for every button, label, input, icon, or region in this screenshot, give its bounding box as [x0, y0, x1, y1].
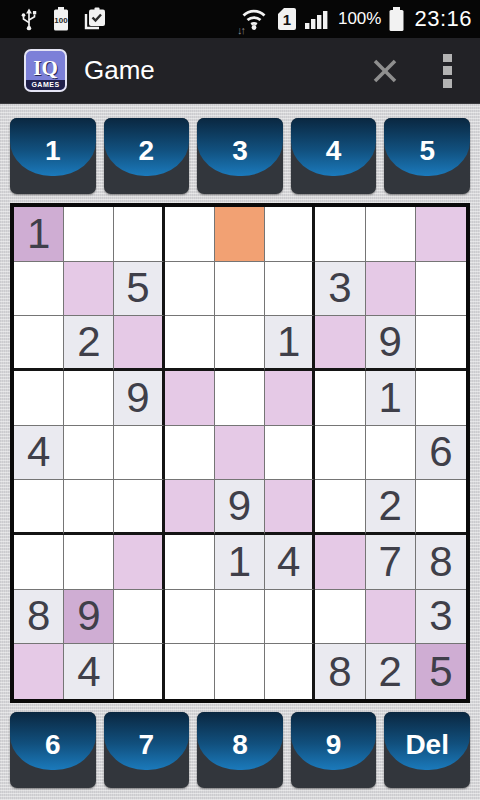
- cell-r3c3[interactable]: [114, 316, 164, 371]
- cell-r5c2[interactable]: [64, 426, 114, 481]
- cell-r2c6[interactable]: [265, 262, 315, 317]
- cell-r2c5[interactable]: [215, 262, 265, 317]
- key-label: 1: [10, 118, 96, 194]
- cell-r9c6[interactable]: [265, 644, 315, 699]
- cell-r9c5[interactable]: [215, 644, 265, 699]
- cell-r3c8[interactable]: 9: [366, 316, 416, 371]
- battery-icon: [388, 6, 405, 32]
- cell-r5c6[interactable]: [265, 426, 315, 481]
- status-right-group: ↓↑ 1 100%: [239, 5, 472, 33]
- cell-r1c8[interactable]: [366, 207, 416, 262]
- logo-games-label: GAMES: [26, 80, 65, 90]
- key-label: 7: [104, 712, 190, 788]
- key-8[interactable]: 8: [197, 712, 283, 788]
- cell-r9c3[interactable]: [114, 644, 164, 699]
- cell-r5c4[interactable]: [165, 426, 215, 481]
- cell-r1c2[interactable]: [64, 207, 114, 262]
- cell-r6c4[interactable]: [165, 480, 215, 535]
- cell-r5c7[interactable]: [315, 426, 365, 481]
- logo-iq-label: IQ: [33, 56, 58, 80]
- key-4[interactable]: 4: [291, 118, 377, 194]
- key-9[interactable]: 9: [291, 712, 377, 788]
- cell-r4c4[interactable]: [165, 371, 215, 426]
- cell-r5c8[interactable]: [366, 426, 416, 481]
- cell-r9c4[interactable]: [165, 644, 215, 699]
- key-1[interactable]: 1: [10, 118, 96, 194]
- cell-r4c8[interactable]: 1: [366, 371, 416, 426]
- cell-r8c5[interactable]: [215, 590, 265, 645]
- cell-r6c5[interactable]: 9: [215, 480, 265, 535]
- cell-r4c6[interactable]: [265, 371, 315, 426]
- key-label: 2: [104, 118, 190, 194]
- cell-r1c1[interactable]: 1: [14, 207, 64, 262]
- cell-r7c7[interactable]: [315, 535, 365, 590]
- cell-r5c5[interactable]: [215, 426, 265, 481]
- cell-r4c1[interactable]: [14, 371, 64, 426]
- clock-label: 23:16: [414, 6, 472, 32]
- cell-r1c7[interactable]: [315, 207, 365, 262]
- key-2[interactable]: 2: [104, 118, 190, 194]
- cell-r2c4[interactable]: [165, 262, 215, 317]
- usb-icon: [18, 6, 40, 32]
- wifi-traffic-arrows-icon: ↓↑: [237, 24, 244, 36]
- key-label: 3: [197, 118, 283, 194]
- keypad-bottom: 6789Del: [10, 712, 470, 788]
- battery-percent-label: 100%: [338, 9, 381, 29]
- cell-r6c8[interactable]: 2: [366, 480, 416, 535]
- cell-r3c5[interactable]: [215, 316, 265, 371]
- key-7[interactable]: 7: [104, 712, 190, 788]
- key-label: 5: [384, 118, 470, 194]
- battery-100-icon: 100: [52, 6, 70, 32]
- cell-r4c7[interactable]: [315, 371, 365, 426]
- cell-r1c9[interactable]: [416, 207, 466, 262]
- cell-r6c6[interactable]: [265, 480, 315, 535]
- cell-r6c7[interactable]: [315, 480, 365, 535]
- key-3[interactable]: 3: [197, 118, 283, 194]
- cell-r2c2[interactable]: [64, 262, 114, 317]
- sim-number-label: 1: [283, 11, 291, 28]
- sudoku-board: 15321991469214788934825: [10, 203, 470, 703]
- cell-r7c9[interactable]: 8: [416, 535, 466, 590]
- key-label: 4: [291, 118, 377, 194]
- cell-r3c6[interactable]: 1: [265, 316, 315, 371]
- cell-r3c9[interactable]: [416, 316, 466, 371]
- cell-r8c7[interactable]: [315, 590, 365, 645]
- cell-r8c3[interactable]: [114, 590, 164, 645]
- cell-r3c1[interactable]: [14, 316, 64, 371]
- cell-r4c5[interactable]: [215, 371, 265, 426]
- sim-card-icon: 1: [276, 6, 298, 32]
- cell-r7c6[interactable]: 4: [265, 535, 315, 590]
- cell-r4c3[interactable]: 9: [114, 371, 164, 426]
- cell-r8c2[interactable]: 9: [64, 590, 114, 645]
- key-label: Del: [384, 712, 470, 788]
- status-bar: 100: [0, 0, 480, 38]
- cell-r3c4[interactable]: [165, 316, 215, 371]
- phone-screen: 100: [0, 0, 480, 800]
- cell-r7c5[interactable]: 1: [215, 535, 265, 590]
- close-button[interactable]: [368, 54, 402, 88]
- battery-100-label: 100: [54, 16, 68, 25]
- cell-r1c6[interactable]: [265, 207, 315, 262]
- cell-r7c8[interactable]: 7: [366, 535, 416, 590]
- cell-r8c9[interactable]: 3: [416, 590, 466, 645]
- cell-r9c9[interactable]: 5: [416, 644, 466, 699]
- cell-r9c7[interactable]: 8: [315, 644, 365, 699]
- key-5[interactable]: 5: [384, 118, 470, 194]
- key-del[interactable]: Del: [384, 712, 470, 788]
- cell-r6c3[interactable]: [114, 480, 164, 535]
- key-label: 9: [291, 712, 377, 788]
- cell-r4c9[interactable]: [416, 371, 466, 426]
- signal-bars-icon: [305, 7, 329, 31]
- cell-r9c8[interactable]: 2: [366, 644, 416, 699]
- cell-r3c7[interactable]: [315, 316, 365, 371]
- cell-r2c1[interactable]: [14, 262, 64, 317]
- cell-r8c1[interactable]: 8: [14, 590, 64, 645]
- cell-r8c4[interactable]: [165, 590, 215, 645]
- keypad-top: 12345: [10, 118, 470, 194]
- cell-r8c6[interactable]: [265, 590, 315, 645]
- cell-r8c8[interactable]: [366, 590, 416, 645]
- clipboard-check-icon: [82, 6, 108, 32]
- wifi-icon: ↓↑: [239, 5, 269, 33]
- cell-r3c2[interactable]: 2: [64, 316, 114, 371]
- cell-r6c9[interactable]: [416, 480, 466, 535]
- status-left-group: 100: [18, 6, 108, 32]
- cell-r1c3[interactable]: [114, 207, 164, 262]
- overflow-menu-icon[interactable]: [430, 54, 464, 88]
- cell-r1c4[interactable]: [165, 207, 215, 262]
- cell-r7c4[interactable]: [165, 535, 215, 590]
- cell-r7c2[interactable]: [64, 535, 114, 590]
- cell-r9c2[interactable]: 4: [64, 644, 114, 699]
- app-bar: IQ GAMES Game: [0, 38, 480, 104]
- cell-r2c7[interactable]: 3: [315, 262, 365, 317]
- cell-r5c9[interactable]: 6: [416, 426, 466, 481]
- cell-r7c1[interactable]: [14, 535, 64, 590]
- cell-r2c3[interactable]: 5: [114, 262, 164, 317]
- key-label: 8: [197, 712, 283, 788]
- cell-r6c2[interactable]: [64, 480, 114, 535]
- page-title: Game: [84, 55, 155, 86]
- cell-r4c2[interactable]: [64, 371, 114, 426]
- cell-r5c1[interactable]: 4: [14, 426, 64, 481]
- iq-games-logo: IQ GAMES: [24, 49, 67, 92]
- cell-r9c1[interactable]: [14, 644, 64, 699]
- cell-r2c9[interactable]: [416, 262, 466, 317]
- cell-r5c3[interactable]: [114, 426, 164, 481]
- cell-r2c8[interactable]: [366, 262, 416, 317]
- cell-r7c3[interactable]: [114, 535, 164, 590]
- key-label: 6: [10, 712, 96, 788]
- key-6[interactable]: 6: [10, 712, 96, 788]
- cell-r6c1[interactable]: [14, 480, 64, 535]
- cell-r1c5[interactable]: [215, 207, 265, 262]
